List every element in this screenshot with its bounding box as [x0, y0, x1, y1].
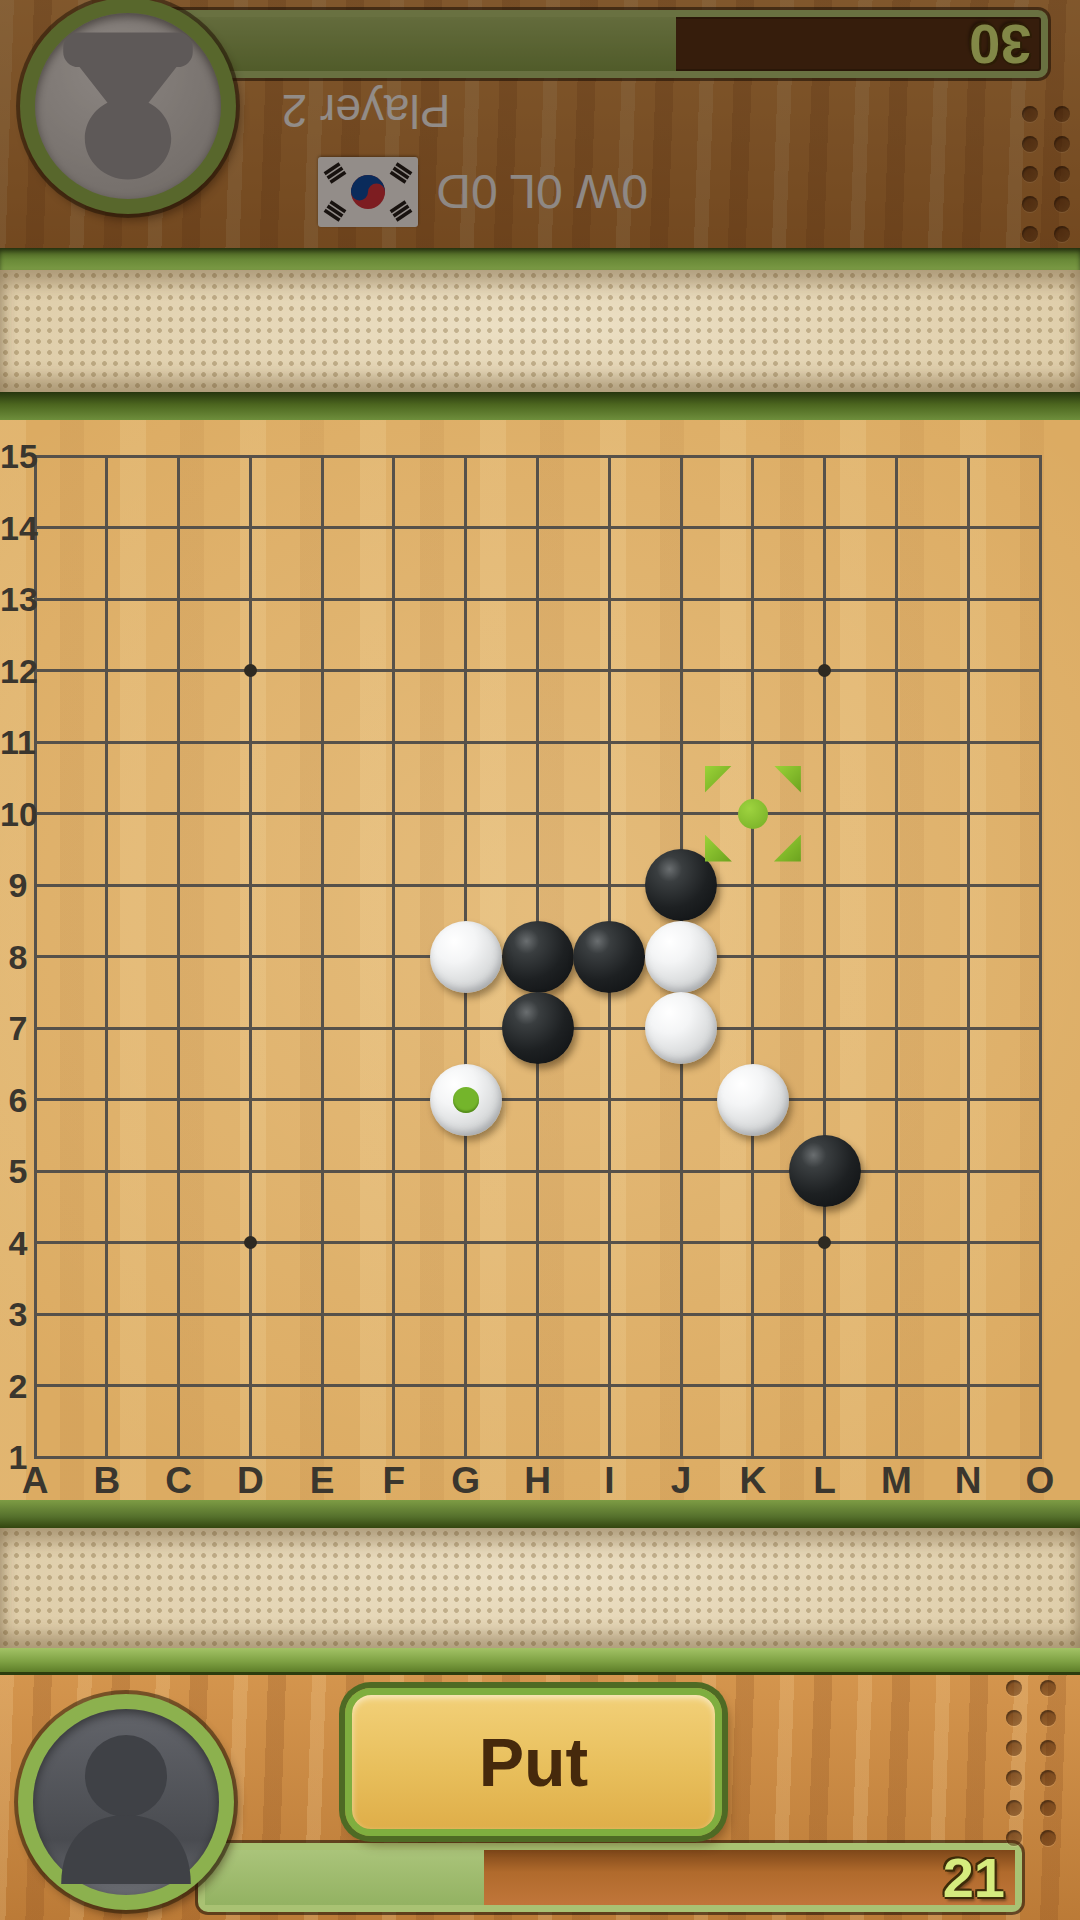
bottom-timer-value: 21	[943, 1850, 1005, 1906]
row-label: 2	[0, 1369, 36, 1403]
column-label: F	[372, 1462, 416, 1499]
row-label: 11	[0, 725, 36, 759]
bottom-panel-top-strip	[0, 1648, 1080, 1675]
star-point	[818, 664, 831, 677]
column-label: G	[444, 1462, 488, 1499]
bottom-player-avatar	[18, 1694, 234, 1910]
grid-vline	[1039, 455, 1042, 1459]
gomoku-board[interactable]: 151413121110987654321ABCDEFGHIJKLMNO	[0, 420, 1080, 1500]
screw-hole-icon	[1006, 1680, 1022, 1696]
column-label: D	[228, 1462, 272, 1499]
column-label: J	[659, 1462, 703, 1499]
row-label: 6	[0, 1083, 36, 1117]
cursor-corner-icon	[774, 766, 801, 793]
column-label: C	[157, 1462, 201, 1499]
column-label: I	[587, 1462, 631, 1499]
column-label: E	[300, 1462, 344, 1499]
screw-hole-icon	[1040, 1740, 1056, 1756]
row-label: 7	[0, 1011, 36, 1045]
star-point	[818, 1236, 831, 1249]
white-stone	[645, 992, 717, 1064]
row-label: 15	[0, 439, 36, 473]
star-point	[244, 664, 257, 677]
board-frame-strip-bottom	[0, 1500, 1080, 1528]
row-label: 12	[0, 654, 36, 688]
cursor-corner-icon	[705, 835, 732, 862]
row-label: 10	[0, 797, 36, 831]
screw-hole-icon	[1006, 1770, 1022, 1786]
bottom-timer-bar: 21	[198, 1843, 1022, 1912]
cursor-corner-icon	[774, 835, 801, 862]
row-label: 5	[0, 1154, 36, 1188]
screw-hole-icon	[1040, 1680, 1056, 1696]
grid-hline	[34, 1241, 1042, 1244]
white-stone	[717, 1064, 789, 1136]
grid-hline	[34, 1313, 1042, 1316]
screw-hole-icon	[1040, 1710, 1056, 1726]
row-label: 4	[0, 1226, 36, 1260]
row-label: 14	[0, 511, 36, 545]
screw-hole-icon	[1006, 1740, 1022, 1756]
last-move-marker	[453, 1087, 479, 1113]
divider-strip-top	[0, 248, 1080, 270]
screw-hole-icon	[1040, 1770, 1056, 1786]
grid-hline	[34, 1098, 1042, 1101]
grid-vline	[895, 455, 898, 1459]
black-stone	[502, 921, 574, 993]
grid-hline	[34, 1456, 1042, 1459]
column-label: L	[803, 1462, 847, 1499]
screw-hole-icon	[1040, 1830, 1056, 1846]
white-stone	[645, 921, 717, 993]
row-label: 13	[0, 582, 36, 616]
person-avatar-icon	[18, 1694, 234, 1910]
bottom-timer-fill	[205, 1850, 484, 1905]
board-frame-strip-top	[0, 392, 1080, 420]
column-label: O	[1018, 1462, 1062, 1499]
screw-hole-icon	[1006, 1710, 1022, 1726]
cursor-corner-icon	[705, 766, 732, 793]
background-texture-top	[0, 270, 1080, 392]
cursor-center-dot	[738, 799, 768, 829]
grid-vline	[967, 455, 970, 1459]
top-panel-dim-overlay	[0, 0, 1080, 248]
row-label: 8	[0, 940, 36, 974]
column-label: N	[946, 1462, 990, 1499]
grid-hline	[34, 1170, 1042, 1173]
screw-hole-icon	[1006, 1800, 1022, 1816]
column-label: B	[85, 1462, 129, 1499]
put-button-label: Put	[479, 1723, 589, 1801]
star-point	[244, 1236, 257, 1249]
column-label: A	[13, 1462, 57, 1499]
grid-vline	[823, 455, 826, 1459]
white-stone	[430, 921, 502, 993]
black-stone	[789, 1135, 861, 1207]
row-label: 3	[0, 1297, 36, 1331]
screw-hole-icon	[1040, 1800, 1056, 1816]
screw-hole-icon	[1006, 1830, 1022, 1846]
top-player-panel: 30 Player 2 0W 0L 0D	[0, 0, 1080, 248]
column-label: H	[516, 1462, 560, 1499]
background-texture-bottom	[0, 1528, 1080, 1648]
column-label: M	[874, 1462, 918, 1499]
put-button[interactable]: Put	[345, 1688, 722, 1836]
grid-hline	[34, 1384, 1042, 1387]
black-stone	[502, 992, 574, 1064]
gomoku-app: 30 Player 2 0W 0L 0D	[0, 0, 1080, 1920]
black-stone	[573, 921, 645, 993]
row-label: 9	[0, 868, 36, 902]
column-label: K	[731, 1462, 775, 1499]
grid-vline	[751, 455, 754, 1459]
